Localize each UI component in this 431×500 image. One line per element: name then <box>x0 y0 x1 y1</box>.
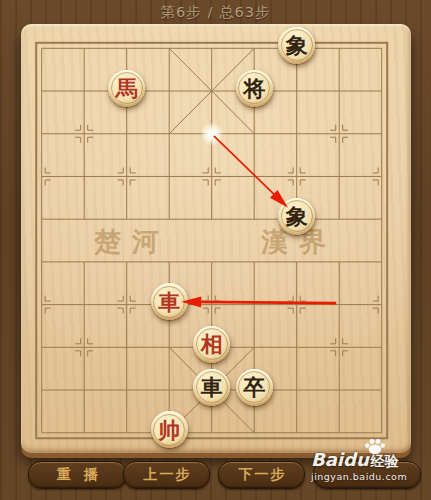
piece-black-象[interactable]: 象 <box>278 198 315 235</box>
piece-label: 象 <box>286 205 308 227</box>
piece-red-相[interactable]: 相 <box>193 326 230 363</box>
river-label-left: 楚河 <box>94 224 170 260</box>
piece-red-車[interactable]: 車 <box>151 283 188 320</box>
replay-button-label: 重播 <box>57 466 111 484</box>
piece-red-馬[interactable]: 馬 <box>108 70 145 107</box>
piece-label: 馬 <box>116 77 138 99</box>
prev-step-button-label: 上一步 <box>144 466 192 484</box>
piece-label: 将 <box>243 77 265 99</box>
piece-label: 相 <box>201 333 223 355</box>
move-counter: 第6步 / 总63步 <box>0 0 431 24</box>
next-step-button[interactable]: 下一步 <box>218 461 305 489</box>
piece-black-卒[interactable]: 卒 <box>236 369 273 406</box>
piece-red-帅[interactable]: 帅 <box>151 411 188 448</box>
piece-black-将[interactable]: 将 <box>236 70 273 107</box>
piece-label: 象 <box>286 34 308 56</box>
replay-button[interactable]: 重播 <box>28 461 127 489</box>
prev-step-button[interactable]: 上一步 <box>123 461 210 489</box>
extra-button-partial[interactable] <box>313 461 421 489</box>
piece-label: 卒 <box>243 376 265 398</box>
piece-label: 車 <box>158 291 180 313</box>
piece-label: 車 <box>201 376 223 398</box>
next-step-button-label: 下一步 <box>239 466 287 484</box>
app-window: 第6步 / 总63步 楚河 漢界 象馬将象車相車卒帅 重播 上一步 下一步 Ba… <box>0 0 431 500</box>
piece-label: 帅 <box>158 419 180 441</box>
move-origin-glow <box>201 123 223 145</box>
piece-black-車[interactable]: 車 <box>193 369 230 406</box>
piece-black-象[interactable]: 象 <box>278 27 315 64</box>
